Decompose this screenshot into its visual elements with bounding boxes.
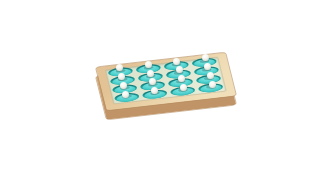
board-surface bbox=[105, 57, 227, 104]
cell-r4c3[interactable] bbox=[168, 86, 198, 98]
product-photo bbox=[0, 0, 320, 177]
cell-r4c4[interactable] bbox=[196, 83, 226, 95]
cell-r4c1[interactable] bbox=[112, 92, 142, 104]
cell-r4c2[interactable] bbox=[140, 89, 170, 101]
